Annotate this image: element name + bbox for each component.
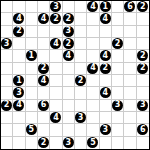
cell-r2c8[interactable] [100,26,112,38]
cell-r11c9[interactable] [112,137,124,149]
cell-r4c6[interactable] [75,50,87,62]
cell-r8c11[interactable]: 3 [137,100,149,112]
cell-r6c5[interactable] [63,75,75,87]
cell-r2c2[interactable] [26,26,38,38]
cell-r11c6[interactable] [75,137,87,149]
cell-r9c10[interactable] [124,112,136,124]
cell-r6c1[interactable]: 1 [13,75,25,87]
cell-r8c5[interactable] [63,100,75,112]
island-3[interactable]: 3 [63,137,74,148]
cell-r11c5[interactable]: 3 [63,137,75,149]
island-1[interactable]: 1 [26,50,37,61]
cell-r10c6[interactable] [75,124,87,136]
cell-r3c6[interactable] [75,38,87,50]
cell-r0c1[interactable] [13,1,25,13]
cell-r2c7[interactable] [87,26,99,38]
cell-r9c5[interactable] [63,112,75,124]
cell-r0c6[interactable] [75,1,87,13]
cell-r8c10[interactable] [124,100,136,112]
cell-r0c3[interactable] [38,1,50,13]
cell-r9c0[interactable] [1,112,13,124]
cell-r9c11[interactable] [137,112,149,124]
cell-r7c6[interactable] [75,87,87,99]
cell-r3c2[interactable] [26,38,38,50]
island-2[interactable]: 2 [112,38,123,49]
cell-r9c2[interactable] [26,112,38,124]
cell-r2c6[interactable] [75,26,87,38]
cell-r5c7[interactable]: 4 [87,63,99,75]
island-3[interactable]: 3 [112,100,123,111]
cell-r2c4[interactable] [50,26,62,38]
cell-r5c6[interactable] [75,63,87,75]
cell-r7c7[interactable] [87,87,99,99]
cell-r11c11[interactable] [137,137,149,149]
island-1[interactable]: 1 [13,75,24,86]
island-2[interactable]: 2 [13,26,24,37]
cell-r7c8[interactable]: 4 [100,87,112,99]
cell-r9c4[interactable]: 4 [50,112,62,124]
island-4[interactable]: 4 [100,50,111,61]
cell-r10c8[interactable]: 3 [100,124,112,136]
island-5[interactable]: 5 [87,137,98,148]
cell-r6c6[interactable]: 2 [75,75,87,87]
cell-r3c10[interactable] [124,38,136,50]
cell-r8c9[interactable]: 3 [112,100,124,112]
cell-r9c8[interactable] [100,112,112,124]
cell-r11c0[interactable] [1,137,13,149]
cell-r11c2[interactable] [26,137,38,149]
cell-r4c0[interactable] [1,50,13,62]
cell-r8c6[interactable] [75,100,87,112]
cell-r1c10[interactable] [124,13,136,25]
cell-r2c11[interactable] [137,26,149,38]
cell-r8c8[interactable] [100,100,112,112]
cell-r8c2[interactable] [26,100,38,112]
cell-r3c1[interactable] [13,38,25,50]
cell-r7c5[interactable] [63,87,75,99]
cell-r10c9[interactable] [112,124,124,136]
cell-r6c4[interactable] [50,75,62,87]
cell-r7c11[interactable] [137,87,149,99]
cell-r10c7[interactable] [87,124,99,136]
island-3[interactable]: 3 [1,38,12,49]
cell-r10c3[interactable] [38,124,50,136]
cell-r11c1[interactable] [13,137,25,149]
cell-r7c1[interactable]: 3 [13,87,25,99]
cell-r1c11[interactable] [137,13,149,25]
cell-r2c5[interactable]: 3 [63,26,75,38]
island-2[interactable]: 2 [63,38,74,49]
cell-r0c0[interactable] [1,1,13,13]
island-2[interactable]: 2 [137,1,148,12]
island-4[interactable]: 4 [13,100,24,111]
cell-r9c7[interactable] [87,112,99,124]
hashi-board[interactable]: 3416244224233422144224221423424633435362… [0,0,150,150]
cell-r4c1[interactable] [13,50,25,62]
cell-r5c0[interactable] [1,63,13,75]
island-1[interactable]: 1 [100,1,111,12]
cell-r4c7[interactable] [87,50,99,62]
cell-r5c8[interactable]: 2 [100,63,112,75]
island-6[interactable]: 6 [124,1,135,12]
cell-r8c0[interactable]: 2 [1,100,13,112]
cell-r0c10[interactable]: 6 [124,1,136,13]
cell-r4c8[interactable]: 4 [100,50,112,62]
cell-r1c4[interactable]: 2 [50,13,62,25]
island-4[interactable]: 4 [38,13,49,24]
island-4[interactable]: 4 [100,87,111,98]
cell-r1c8[interactable]: 4 [100,13,112,25]
island-3[interactable]: 3 [75,112,86,123]
cell-r6c0[interactable] [1,75,13,87]
cell-r4c3[interactable] [38,50,50,62]
island-4[interactable]: 4 [50,38,61,49]
cell-r9c9[interactable] [112,112,124,124]
cell-r0c4[interactable]: 3 [50,1,62,13]
cell-r1c2[interactable] [26,13,38,25]
cell-r10c10[interactable] [124,124,136,136]
cell-r0c2[interactable] [26,1,38,13]
island-2[interactable]: 2 [38,63,49,74]
cell-r7c0[interactable] [1,87,13,99]
cell-r4c4[interactable] [50,50,62,62]
island-2[interactable]: 2 [63,13,74,24]
cell-r10c1[interactable] [13,124,25,136]
cell-r0c7[interactable]: 4 [87,1,99,13]
cell-r5c1[interactable] [13,63,25,75]
cell-r1c7[interactable] [87,13,99,25]
island-4[interactable]: 4 [87,1,98,12]
island-3[interactable]: 3 [50,1,61,12]
cell-r4c9[interactable] [112,50,124,62]
cell-r7c10[interactable] [124,87,136,99]
island-2[interactable]: 2 [75,75,86,86]
puzzle-thumbnail: 3416244224233422144224221423424633435362… [0,0,150,150]
cell-r6c11[interactable] [137,75,149,87]
island-2[interactable]: 2 [38,137,49,148]
cell-r10c4[interactable] [50,124,62,136]
island-4[interactable]: 4 [50,112,61,123]
island-3[interactable]: 3 [63,26,74,37]
cell-r5c5[interactable] [63,63,75,75]
cell-r8c7[interactable] [87,100,99,112]
cell-r3c4[interactable]: 4 [50,38,62,50]
cell-r6c2[interactable] [26,75,38,87]
cell-r0c5[interactable] [63,1,75,13]
island-2[interactable]: 2 [137,50,148,61]
island-2[interactable]: 2 [1,100,12,111]
cell-r7c4[interactable] [50,87,62,99]
island-5[interactable]: 5 [26,124,37,135]
cell-r11c7[interactable]: 5 [87,137,99,149]
cell-r6c3[interactable]: 4 [38,75,50,87]
cell-r6c10[interactable] [124,75,136,87]
island-2[interactable]: 2 [50,13,61,24]
cell-r6c9[interactable] [112,75,124,87]
cell-r8c3[interactable]: 6 [38,100,50,112]
island-6[interactable]: 6 [137,124,148,135]
island-6[interactable]: 6 [38,100,49,111]
cell-r1c9[interactable] [112,13,124,25]
cell-r11c8[interactable] [100,137,112,149]
cell-r3c8[interactable] [100,38,112,50]
island-2[interactable]: 2 [100,63,111,74]
island-4[interactable]: 4 [38,75,49,86]
cell-r8c4[interactable] [50,100,62,112]
cell-r5c9[interactable] [112,63,124,75]
cell-r11c3[interactable]: 2 [38,137,50,149]
cell-r4c5[interactable]: 4 [63,50,75,62]
island-4[interactable]: 4 [100,13,111,24]
cell-r5c11[interactable]: 2 [137,63,149,75]
island-4[interactable]: 4 [13,13,24,24]
cell-r0c11[interactable]: 2 [137,1,149,13]
cell-r10c11[interactable]: 6 [137,124,149,136]
cell-r10c2[interactable]: 5 [26,124,38,136]
cell-r10c5[interactable] [63,124,75,136]
cell-r9c3[interactable] [38,112,50,124]
cell-r2c0[interactable] [1,26,13,38]
cell-r0c8[interactable]: 1 [100,1,112,13]
cell-r2c1[interactable]: 2 [13,26,25,38]
island-3[interactable]: 3 [13,87,24,98]
island-4[interactable]: 4 [87,63,98,74]
cell-r7c2[interactable] [26,87,38,99]
cell-r2c3[interactable] [38,26,50,38]
cell-r1c6[interactable] [75,13,87,25]
island-3[interactable]: 3 [137,100,148,111]
cell-r5c10[interactable] [124,63,136,75]
cell-r4c2[interactable]: 1 [26,50,38,62]
cell-r9c6[interactable]: 3 [75,112,87,124]
cell-r3c5[interactable]: 2 [63,38,75,50]
cell-r9c1[interactable] [13,112,25,124]
cell-r7c9[interactable] [112,87,124,99]
cell-r0c9[interactable] [112,1,124,13]
cell-r1c0[interactable] [1,13,13,25]
cell-r1c3[interactable]: 4 [38,13,50,25]
cell-r11c4[interactable] [50,137,62,149]
cell-r3c9[interactable]: 2 [112,38,124,50]
cell-r8c1[interactable]: 4 [13,100,25,112]
cell-r6c8[interactable] [100,75,112,87]
cell-r3c0[interactable]: 3 [1,38,13,50]
cell-r5c4[interactable] [50,63,62,75]
island-4[interactable]: 4 [63,50,74,61]
cell-r4c10[interactable] [124,50,136,62]
cell-r5c3[interactable]: 2 [38,63,50,75]
cell-r2c10[interactable] [124,26,136,38]
cell-r11c10[interactable] [124,137,136,149]
cell-r3c3[interactable] [38,38,50,50]
cell-r4c11[interactable]: 2 [137,50,149,62]
cell-r5c2[interactable] [26,63,38,75]
cell-r10c0[interactable] [1,124,13,136]
island-3[interactable]: 3 [100,124,111,135]
cell-r1c5[interactable]: 2 [63,13,75,25]
island-2[interactable]: 2 [137,63,148,74]
cell-r3c7[interactable] [87,38,99,50]
cell-r2c9[interactable] [112,26,124,38]
cell-r6c7[interactable] [87,75,99,87]
cell-r7c3[interactable] [38,87,50,99]
cell-r1c1[interactable]: 4 [13,13,25,25]
cell-r3c11[interactable] [137,38,149,50]
